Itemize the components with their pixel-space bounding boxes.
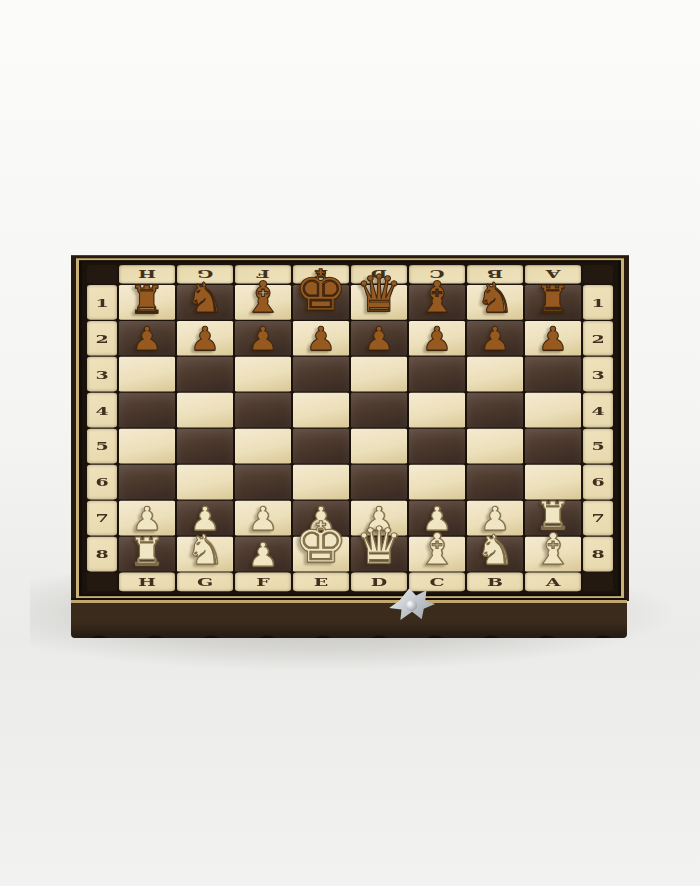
piece-dark-pawn: ♟	[364, 322, 394, 355]
square-c2: ♟	[409, 321, 465, 356]
piece-light-pawn: ♟	[248, 538, 278, 571]
square-b4	[467, 393, 523, 428]
rank-label-right-2: 2	[583, 321, 613, 356]
square-h5	[119, 429, 175, 464]
frame-corner	[87, 265, 117, 284]
rank-label-right-7: 7	[583, 501, 613, 536]
file-label-near-d: D	[351, 573, 407, 592]
square-f2: ♟	[235, 321, 291, 356]
rank-label-left-7: 7	[87, 501, 117, 536]
square-h4	[119, 393, 175, 428]
piece-dark-queen: ♛	[355, 268, 403, 319]
board-perspective-wrap: HGFEDCBA1♜♞♝♚♛♝♞♜12♟♟♟♟♟♟♟♟2334455667♟♟♟…	[82, 262, 618, 594]
piece-dark-pawn: ♟	[306, 322, 336, 355]
square-a5	[525, 429, 581, 464]
piece-light-knight: ♞	[476, 529, 515, 570]
square-c3	[409, 357, 465, 392]
piece-dark-knight: ♞	[186, 277, 225, 318]
square-b6	[467, 465, 523, 500]
rank-label-right-8: 8	[583, 537, 613, 572]
frame-corner	[583, 573, 613, 592]
square-c4	[409, 393, 465, 428]
piece-dark-pawn: ♟	[132, 322, 162, 355]
frame-corner	[583, 265, 613, 284]
square-a3	[525, 357, 581, 392]
rank-label-left-3: 3	[87, 357, 117, 392]
piece-light-bishop: ♝	[533, 527, 573, 570]
square-h1: ♜	[119, 285, 175, 320]
frame-corner	[87, 573, 117, 592]
file-label-near-f: F	[235, 573, 291, 592]
piece-dark-bishop: ♝	[243, 275, 283, 318]
rank-label-left-6: 6	[87, 465, 117, 500]
rank-label-right-5: 5	[583, 429, 613, 464]
square-e3	[293, 357, 349, 392]
square-b3	[467, 357, 523, 392]
rank-label-left-8: 8	[87, 537, 117, 572]
square-d1: ♛	[351, 285, 407, 320]
piece-dark-bishop: ♝	[417, 275, 457, 318]
square-h6	[119, 465, 175, 500]
piece-light-rook: ♜	[129, 532, 165, 570]
rank-label-right-1: 1	[583, 285, 613, 320]
piece-dark-pawn: ♟	[480, 322, 510, 355]
file-label-near-g: G	[177, 573, 233, 592]
chess-board: HGFEDCBA1♜♞♝♚♛♝♞♜12♟♟♟♟♟♟♟♟2334455667♟♟♟…	[82, 262, 618, 594]
square-a2: ♟	[525, 321, 581, 356]
square-f8: ♟	[235, 537, 291, 572]
square-b1: ♞	[467, 285, 523, 320]
rank-label-right-4: 4	[583, 393, 613, 428]
file-label-near-e: E	[293, 573, 349, 592]
piece-light-bishop: ♝	[417, 527, 457, 570]
square-g2: ♟	[177, 321, 233, 356]
rank-label-left-2: 2	[87, 321, 117, 356]
square-d3	[351, 357, 407, 392]
square-d2: ♟	[351, 321, 407, 356]
square-f3	[235, 357, 291, 392]
square-c5	[409, 429, 465, 464]
rank-label-left-1: 1	[87, 285, 117, 320]
piece-light-queen: ♛	[355, 519, 403, 570]
piece-light-knight: ♞	[186, 529, 225, 570]
piece-dark-pawn: ♟	[422, 322, 452, 355]
square-e2: ♟	[293, 321, 349, 356]
clasp-screw	[405, 599, 418, 612]
square-e8: ♚	[293, 537, 349, 572]
square-g6	[177, 465, 233, 500]
square-h8: ♜	[119, 537, 175, 572]
square-a1: ♜	[525, 285, 581, 320]
square-d8: ♛	[351, 537, 407, 572]
square-b8: ♞	[467, 537, 523, 572]
piece-dark-rook: ♜	[129, 280, 165, 318]
square-a4	[525, 393, 581, 428]
piece-dark-king: ♚	[295, 262, 348, 319]
square-f7: ♟	[235, 501, 291, 536]
square-a8: ♝	[525, 537, 581, 572]
product-photo: HGFEDCBA1♜♞♝♚♛♝♞♜12♟♟♟♟♟♟♟♟2334455667♟♟♟…	[0, 0, 700, 886]
piece-dark-knight: ♞	[476, 277, 515, 318]
file-label-near-h: H	[119, 573, 175, 592]
square-d5	[351, 429, 407, 464]
rank-label-left-4: 4	[87, 393, 117, 428]
piece-dark-pawn: ♟	[248, 322, 278, 355]
square-g3	[177, 357, 233, 392]
square-d4	[351, 393, 407, 428]
square-f6	[235, 465, 291, 500]
rank-label-left-5: 5	[87, 429, 117, 464]
square-d6	[351, 465, 407, 500]
square-h2: ♟	[119, 321, 175, 356]
box-front-face	[71, 598, 627, 638]
square-c6	[409, 465, 465, 500]
piece-light-pawn: ♟	[248, 502, 278, 535]
square-e6	[293, 465, 349, 500]
square-g8: ♞	[177, 537, 233, 572]
file-label-near-c: C	[409, 573, 465, 592]
square-f4	[235, 393, 291, 428]
square-g4	[177, 393, 233, 428]
file-label-near-a: A	[525, 573, 581, 592]
square-f5	[235, 429, 291, 464]
square-b5	[467, 429, 523, 464]
piece-dark-pawn: ♟	[190, 322, 220, 355]
rank-label-right-6: 6	[583, 465, 613, 500]
square-c8: ♝	[409, 537, 465, 572]
square-g5	[177, 429, 233, 464]
piece-dark-rook: ♜	[535, 280, 571, 318]
square-b2: ♟	[467, 321, 523, 356]
piece-light-king: ♚	[295, 514, 348, 571]
file-label-near-b: B	[467, 573, 523, 592]
square-g1: ♞	[177, 285, 233, 320]
square-e4	[293, 393, 349, 428]
square-e5	[293, 429, 349, 464]
square-c1: ♝	[409, 285, 465, 320]
piece-dark-pawn: ♟	[538, 322, 568, 355]
rank-label-right-3: 3	[583, 357, 613, 392]
square-h3	[119, 357, 175, 392]
square-f1: ♝	[235, 285, 291, 320]
square-e1: ♚	[293, 285, 349, 320]
